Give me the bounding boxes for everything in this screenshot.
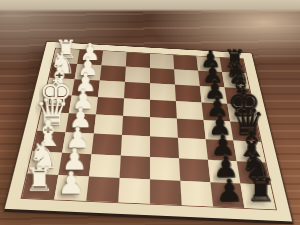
- board-square: [94, 115, 123, 135]
- board-square: [122, 116, 150, 136]
- board-square: [175, 85, 202, 103]
- chess-board: ♜♟♟♜♞♟♟♞♝♟♟♝♚♟♟♚♛♟♟♛♝♟♟♝♞♟♟♞♜♟♟♜: [3, 41, 294, 224]
- board-square: [121, 135, 150, 157]
- board-square: [98, 81, 125, 99]
- board-square: [125, 67, 150, 84]
- board-square: [150, 136, 179, 158]
- board-square: [177, 119, 206, 139]
- board-square: [86, 176, 119, 202]
- white-pawn: ♟: [57, 169, 85, 198]
- white-rook: ♜: [24, 165, 54, 196]
- board-square: [126, 52, 150, 68]
- board-square: [179, 158, 210, 182]
- board-grid: ♜♟♟♜♞♟♟♞♝♟♟♝♚♟♟♚♛♟♟♛♝♟♟♝♞♟♟♞♜♟♟♜: [21, 48, 277, 211]
- photo-background: Photograph of a wooden chessboard on a b…: [0, 0, 300, 225]
- board-square: [89, 154, 121, 178]
- black-rook: ♜: [245, 176, 274, 207]
- board-square: [150, 54, 174, 70]
- board-square: [92, 134, 122, 156]
- board-square: ♜: [22, 174, 58, 200]
- board-square: [178, 138, 208, 160]
- board-square: [118, 178, 150, 204]
- board-square: ♟: [54, 175, 89, 201]
- board-square: [150, 157, 180, 181]
- board-square: [100, 65, 126, 82]
- board-square: [150, 117, 178, 137]
- board-square: [150, 100, 177, 119]
- board-square: [150, 68, 175, 85]
- board-square: [96, 97, 124, 116]
- board-square: [120, 156, 150, 180]
- board-square: [173, 55, 198, 71]
- board-square: [102, 51, 127, 67]
- board-square: ♟: [210, 182, 244, 208]
- board-square: [150, 179, 182, 205]
- board-square: [180, 181, 213, 207]
- board-square: ♜: [240, 184, 275, 210]
- board-square: [174, 69, 200, 86]
- black-pawn: ♟: [215, 177, 242, 206]
- board-square: [123, 98, 150, 117]
- board-square: [124, 82, 150, 100]
- board-square: [150, 83, 176, 101]
- board-square: [176, 101, 204, 120]
